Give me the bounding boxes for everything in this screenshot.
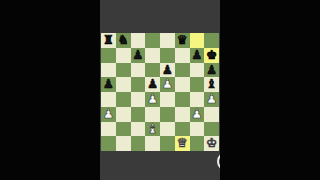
square-f5[interactable] bbox=[175, 77, 190, 92]
square-h4[interactable]: ♟ bbox=[204, 92, 219, 107]
square-g7[interactable]: ♟ bbox=[190, 48, 205, 63]
square-d4[interactable]: ♟ bbox=[145, 92, 160, 107]
square-d7[interactable] bbox=[145, 48, 160, 63]
square-c6[interactable] bbox=[131, 63, 146, 78]
square-h3[interactable] bbox=[204, 107, 219, 122]
square-e5[interactable]: ♟ bbox=[160, 77, 175, 92]
square-d3[interactable] bbox=[145, 107, 160, 122]
black-pawn-piece: ♟ bbox=[103, 78, 114, 91]
black-rook-piece: ♜ bbox=[103, 34, 114, 47]
square-b7[interactable] bbox=[116, 48, 131, 63]
square-a5[interactable]: ♟ bbox=[101, 77, 116, 92]
square-c3[interactable] bbox=[131, 107, 146, 122]
square-g2[interactable] bbox=[190, 122, 205, 137]
black-queen-piece: ♛ bbox=[177, 34, 188, 47]
app-viewport: ♜♞♛♟♟♚♟♟♟♟♟♝♟♟♟♟♝♛♚ bbox=[100, 0, 220, 180]
square-g4[interactable] bbox=[190, 92, 205, 107]
white-pawn-piece: ♟ bbox=[162, 78, 173, 91]
white-bishop-piece: ♝ bbox=[147, 122, 158, 135]
black-pawn-piece: ♟ bbox=[132, 48, 143, 61]
black-knight-piece: ♞ bbox=[118, 34, 129, 47]
square-e1[interactable] bbox=[160, 136, 175, 151]
black-pawn-piece: ♟ bbox=[206, 63, 217, 76]
square-b6[interactable] bbox=[116, 63, 131, 78]
square-g3[interactable]: ♟ bbox=[190, 107, 205, 122]
square-d1[interactable] bbox=[145, 136, 160, 151]
square-d5[interactable]: ♟ bbox=[145, 77, 160, 92]
square-b1[interactable] bbox=[116, 136, 131, 151]
video-frame: ♜♞♛♟♟♚♟♟♟♟♟♝♟♟♟♟♝♛♚ bbox=[0, 0, 320, 180]
white-pawn-piece: ♟ bbox=[147, 93, 158, 106]
square-e4[interactable] bbox=[160, 92, 175, 107]
square-a6[interactable] bbox=[101, 63, 116, 78]
square-d2[interactable]: ♝ bbox=[145, 122, 160, 137]
square-f8[interactable]: ♛ bbox=[175, 33, 190, 48]
square-d6[interactable] bbox=[145, 63, 160, 78]
square-e3[interactable] bbox=[160, 107, 175, 122]
white-pawn-piece: ♟ bbox=[103, 107, 114, 120]
square-a7[interactable] bbox=[101, 48, 116, 63]
white-pawn-piece: ♟ bbox=[191, 107, 202, 120]
square-h6[interactable]: ♟ bbox=[204, 63, 219, 78]
square-f3[interactable] bbox=[175, 107, 190, 122]
square-f7[interactable] bbox=[175, 48, 190, 63]
square-b2[interactable] bbox=[116, 122, 131, 137]
square-b4[interactable] bbox=[116, 92, 131, 107]
square-a2[interactable] bbox=[101, 122, 116, 137]
left-letterbox bbox=[0, 0, 100, 180]
square-h1[interactable]: ♚ bbox=[204, 136, 219, 151]
white-king-piece: ♚ bbox=[206, 137, 217, 150]
black-pawn-piece: ♟ bbox=[162, 63, 173, 76]
square-b5[interactable] bbox=[116, 77, 131, 92]
black-king-piece: ♚ bbox=[206, 48, 217, 61]
square-d8[interactable] bbox=[145, 33, 160, 48]
square-h7[interactable]: ♚ bbox=[204, 48, 219, 63]
black-pawn-piece: ♟ bbox=[191, 48, 202, 61]
square-b8[interactable]: ♞ bbox=[116, 33, 131, 48]
square-e8[interactable] bbox=[160, 33, 175, 48]
square-e6[interactable]: ♟ bbox=[160, 63, 175, 78]
square-a1[interactable] bbox=[101, 136, 116, 151]
square-h2[interactable] bbox=[204, 122, 219, 137]
square-c8[interactable] bbox=[131, 33, 146, 48]
square-h8[interactable] bbox=[204, 33, 219, 48]
square-g5[interactable] bbox=[190, 77, 205, 92]
square-e7[interactable] bbox=[160, 48, 175, 63]
square-a4[interactable] bbox=[101, 92, 116, 107]
square-f4[interactable] bbox=[175, 92, 190, 107]
square-c1[interactable] bbox=[131, 136, 146, 151]
square-g8[interactable] bbox=[190, 33, 205, 48]
square-f6[interactable] bbox=[175, 63, 190, 78]
right-letterbox bbox=[220, 0, 320, 180]
square-g1[interactable] bbox=[190, 136, 205, 151]
square-c7[interactable]: ♟ bbox=[131, 48, 146, 63]
square-c2[interactable] bbox=[131, 122, 146, 137]
square-c4[interactable] bbox=[131, 92, 146, 107]
white-pawn-piece: ♟ bbox=[206, 93, 217, 106]
square-g6[interactable] bbox=[190, 63, 205, 78]
square-e2[interactable] bbox=[160, 122, 175, 137]
black-bishop-piece: ♝ bbox=[206, 78, 217, 91]
black-pawn-piece: ♟ bbox=[147, 78, 158, 91]
square-a8[interactable]: ♜ bbox=[101, 33, 116, 48]
white-queen-piece: ♛ bbox=[177, 137, 188, 150]
square-b3[interactable] bbox=[116, 107, 131, 122]
square-c5[interactable] bbox=[131, 77, 146, 92]
square-f2[interactable] bbox=[175, 122, 190, 137]
chess-board: ♜♞♛♟♟♚♟♟♟♟♟♝♟♟♟♟♝♛♚ bbox=[101, 33, 219, 151]
square-f1[interactable]: ♛ bbox=[175, 136, 190, 151]
square-a3[interactable]: ♟ bbox=[101, 107, 116, 122]
square-h5[interactable]: ♝ bbox=[204, 77, 219, 92]
